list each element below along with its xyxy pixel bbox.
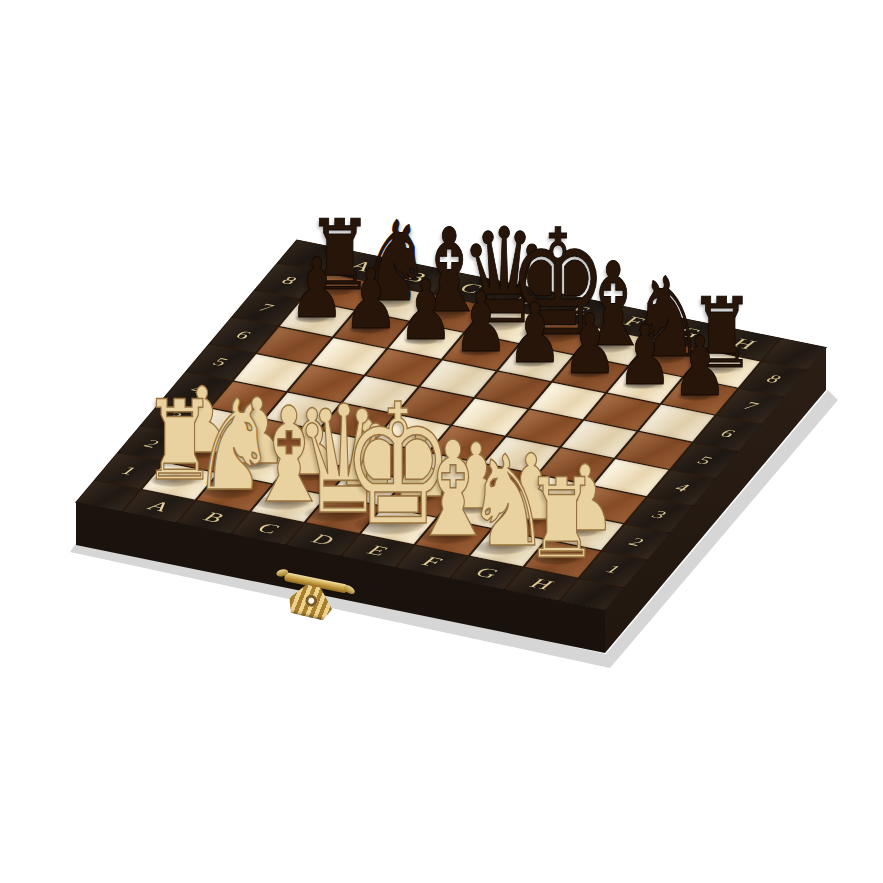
black-pawn-glyph: ♟ (289, 247, 345, 330)
black-pawn-glyph: ♟ (672, 325, 728, 408)
rank-label-text: 6 (717, 426, 737, 440)
rank-label-text: 2 (626, 535, 646, 549)
rank-label-text: 6 (233, 328, 253, 342)
black-pawn-glyph: ♟ (508, 291, 564, 374)
rank-label-text: 7 (256, 301, 276, 315)
product-photo-scene: ABCDEFGH8877665544332211ABCDEFGH ♜♞♝♛♚♝♞… (0, 0, 883, 883)
black-pawn-glyph: ♟ (343, 258, 399, 341)
white-rook-glyph: ♜ (525, 464, 599, 574)
rank-label-text: 1 (603, 562, 623, 576)
black-pawn-glyph: ♟ (617, 314, 673, 397)
rank-label-text: 8 (763, 372, 783, 386)
black-pawn-glyph: ♟ (398, 269, 454, 352)
clasp-right-knob (342, 584, 356, 596)
rank-label-text: 3 (649, 508, 669, 522)
black-pawn-glyph: ♟ (562, 302, 618, 385)
rank-label-text: 1 (119, 464, 139, 478)
rank-label-text: 5 (694, 454, 714, 468)
black-pawn-glyph: ♟ (453, 280, 509, 363)
brass-clasp-icon (270, 564, 360, 635)
rank-label-text: 4 (672, 481, 692, 495)
rank-label-text: 7 (740, 399, 760, 413)
